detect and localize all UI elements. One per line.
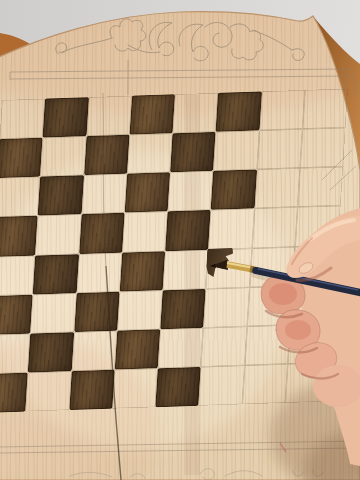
board-square [206, 248, 252, 289]
board-square [244, 325, 290, 366]
board-square [84, 135, 130, 176]
board-square [208, 209, 254, 250]
board-square [28, 332, 74, 373]
bottom-scroll-sketch [70, 469, 323, 480]
board-square [259, 90, 305, 131]
board-square [0, 294, 33, 335]
board-square [170, 132, 216, 173]
scrollwork-sketch [56, 19, 305, 61]
board-square [0, 255, 35, 296]
board-square [0, 99, 45, 140]
table-wood-left [0, 33, 36, 62]
board-square [0, 216, 38, 257]
board-square [119, 251, 165, 292]
board-square [249, 246, 295, 287]
board-square [158, 328, 204, 369]
board-square [127, 133, 173, 174]
board-square [257, 129, 303, 170]
board-square [115, 329, 161, 370]
board-square [285, 362, 331, 403]
board-square [242, 364, 288, 405]
board-square [211, 170, 257, 211]
board-square [0, 333, 30, 374]
board-square [76, 252, 122, 293]
board-square [81, 174, 127, 215]
board-square [0, 177, 40, 218]
board-square [30, 293, 76, 334]
board-square [300, 128, 346, 169]
board-square [112, 368, 158, 409]
board-square [38, 175, 84, 216]
board-square [288, 323, 334, 364]
board-square [124, 173, 170, 214]
board-square [71, 330, 117, 371]
board-square [33, 254, 79, 295]
board-square [165, 210, 211, 251]
board-square [302, 89, 348, 130]
board-square [0, 372, 28, 413]
wrist-shadow [304, 432, 360, 480]
board-square [79, 213, 125, 254]
board-square [74, 291, 120, 332]
board-square [203, 287, 249, 328]
wet-stain-blob [206, 247, 234, 278]
board-square [168, 171, 214, 212]
board-square [26, 371, 72, 412]
board-square [43, 97, 89, 138]
board-square [247, 286, 293, 327]
board-square [216, 91, 262, 132]
checkerboard [0, 89, 348, 413]
board-square [129, 94, 175, 135]
bottom-pencil-lines [0, 441, 360, 453]
board-square [292, 245, 338, 286]
board-square [163, 249, 209, 290]
board-square [117, 290, 163, 331]
board-square [173, 93, 219, 134]
board-square [201, 326, 247, 367]
board-square [35, 215, 81, 256]
red-pencil-mark [280, 443, 286, 452]
board-square [0, 138, 43, 179]
board-square [86, 96, 132, 137]
board-square [122, 212, 168, 253]
board-square [155, 367, 201, 408]
board-square [69, 370, 115, 411]
board-square [199, 365, 245, 406]
board-square [252, 207, 298, 248]
board-square [297, 167, 343, 208]
scene [0, 0, 360, 480]
board-square [160, 288, 206, 329]
board-square [295, 206, 341, 247]
board-square [40, 136, 86, 177]
board-square [290, 284, 336, 325]
board-square [213, 131, 259, 172]
board-square [254, 168, 300, 209]
